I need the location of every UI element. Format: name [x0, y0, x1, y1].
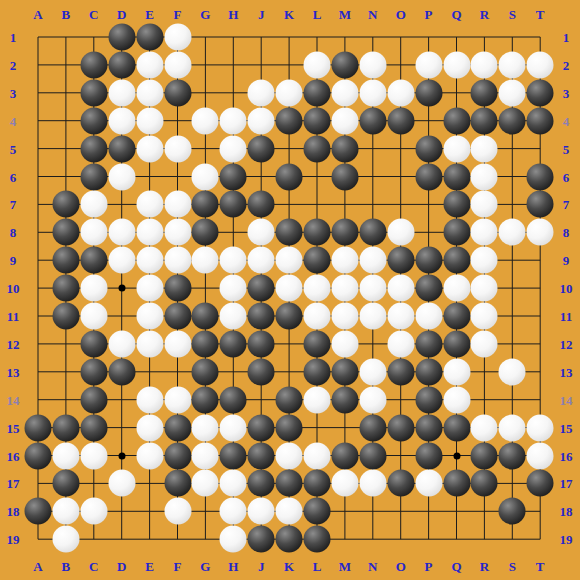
- col-label-top-S: S: [509, 8, 516, 21]
- black-stone-L9[interactable]: [304, 247, 331, 274]
- col-label-bottom-D: D: [117, 560, 126, 573]
- white-stone-L14[interactable]: [304, 386, 331, 413]
- white-stone-Q13[interactable]: [443, 358, 470, 385]
- black-stone-C6[interactable]: [80, 163, 107, 190]
- black-stone-C15[interactable]: [80, 414, 107, 441]
- black-stone-R16[interactable]: [471, 442, 498, 469]
- black-stone-F11[interactable]: [164, 303, 191, 330]
- white-stone-B18[interactable]: [52, 498, 79, 525]
- black-stone-B15[interactable]: [52, 414, 79, 441]
- black-stone-O17[interactable]: [387, 470, 414, 497]
- white-stone-P2[interactable]: [415, 51, 442, 78]
- white-stone-L2[interactable]: [304, 51, 331, 78]
- black-stone-F16[interactable]: [164, 442, 191, 469]
- white-stone-M17[interactable]: [331, 470, 358, 497]
- black-stone-Q11[interactable]: [443, 303, 470, 330]
- black-stone-T4[interactable]: [527, 107, 554, 134]
- white-stone-R15[interactable]: [471, 414, 498, 441]
- white-stone-R6[interactable]: [471, 163, 498, 190]
- black-stone-L4[interactable]: [304, 107, 331, 134]
- col-label-bottom-H: H: [228, 560, 238, 573]
- row-label-right-17: 17: [560, 477, 573, 490]
- white-stone-J18[interactable]: [248, 498, 275, 525]
- black-stone-M2[interactable]: [331, 51, 358, 78]
- col-label-top-L: L: [313, 8, 322, 21]
- row-label-right-5: 5: [563, 142, 570, 155]
- row-label-left-5: 5: [10, 142, 17, 155]
- black-stone-G13[interactable]: [192, 358, 219, 385]
- white-stone-C18[interactable]: [80, 498, 107, 525]
- white-stone-E12[interactable]: [136, 330, 163, 357]
- black-stone-G14[interactable]: [192, 386, 219, 413]
- white-stone-E11[interactable]: [136, 303, 163, 330]
- white-stone-P17[interactable]: [415, 470, 442, 497]
- white-stone-M10[interactable]: [331, 275, 358, 302]
- col-label-bottom-T: T: [536, 560, 545, 573]
- white-stone-C7[interactable]: [80, 191, 107, 218]
- col-label-bottom-P: P: [425, 560, 433, 573]
- black-stone-K17[interactable]: [276, 470, 303, 497]
- white-stone-O3[interactable]: [387, 79, 414, 106]
- white-stone-C10[interactable]: [80, 275, 107, 302]
- black-stone-M16[interactable]: [331, 442, 358, 469]
- black-stone-L12[interactable]: [304, 330, 331, 357]
- white-stone-M4[interactable]: [331, 107, 358, 134]
- black-stone-J5[interactable]: [248, 135, 275, 162]
- black-stone-J7[interactable]: [248, 191, 275, 218]
- black-stone-M14[interactable]: [331, 386, 358, 413]
- white-stone-N3[interactable]: [359, 79, 386, 106]
- black-stone-R4[interactable]: [471, 107, 498, 134]
- row-label-right-1: 1: [563, 31, 570, 44]
- black-stone-A18[interactable]: [25, 498, 52, 525]
- white-stone-J8[interactable]: [248, 219, 275, 246]
- white-stone-Q14[interactable]: [443, 386, 470, 413]
- black-stone-D1[interactable]: [108, 24, 135, 51]
- black-stone-P16[interactable]: [415, 442, 442, 469]
- black-stone-K6[interactable]: [276, 163, 303, 190]
- white-stone-R5[interactable]: [471, 135, 498, 162]
- col-label-bottom-O: O: [396, 560, 406, 573]
- row-label-left-9: 9: [10, 254, 17, 267]
- white-stone-F8[interactable]: [164, 219, 191, 246]
- white-stone-G15[interactable]: [192, 414, 219, 441]
- black-stone-O15[interactable]: [387, 414, 414, 441]
- black-stone-G11[interactable]: [192, 303, 219, 330]
- white-stone-N10[interactable]: [359, 275, 386, 302]
- white-stone-K18[interactable]: [276, 498, 303, 525]
- white-stone-N9[interactable]: [359, 247, 386, 274]
- col-label-top-F: F: [174, 8, 182, 21]
- col-label-bottom-E: E: [145, 560, 154, 573]
- black-stone-D5[interactable]: [108, 135, 135, 162]
- white-stone-F14[interactable]: [164, 386, 191, 413]
- white-stone-S3[interactable]: [499, 79, 526, 106]
- black-stone-A16[interactable]: [25, 442, 52, 469]
- go-board[interactable]: AABBCCDDEEFFGGHHJJKKLLMMNNOOPPQQRRSSTT11…: [0, 0, 580, 580]
- row-label-right-7: 7: [563, 198, 570, 211]
- black-stone-F3[interactable]: [164, 79, 191, 106]
- col-label-bottom-M: M: [339, 560, 351, 573]
- black-stone-L19[interactable]: [304, 526, 331, 553]
- white-stone-N2[interactable]: [359, 51, 386, 78]
- black-stone-H14[interactable]: [220, 386, 247, 413]
- white-stone-B16[interactable]: [52, 442, 79, 469]
- white-stone-F7[interactable]: [164, 191, 191, 218]
- white-stone-F1[interactable]: [164, 24, 191, 51]
- white-stone-R12[interactable]: [471, 330, 498, 357]
- row-label-right-12: 12: [560, 337, 573, 350]
- white-stone-D9[interactable]: [108, 247, 135, 274]
- black-stone-Q8[interactable]: [443, 219, 470, 246]
- white-stone-J9[interactable]: [248, 247, 275, 274]
- black-stone-P12[interactable]: [415, 330, 442, 357]
- white-stone-R11[interactable]: [471, 303, 498, 330]
- row-label-right-18: 18: [560, 505, 573, 518]
- black-stone-L8[interactable]: [304, 219, 331, 246]
- white-stone-O10[interactable]: [387, 275, 414, 302]
- white-stone-R7[interactable]: [471, 191, 498, 218]
- white-stone-T15[interactable]: [527, 414, 554, 441]
- white-stone-E9[interactable]: [136, 247, 163, 274]
- black-stone-B7[interactable]: [52, 191, 79, 218]
- black-stone-C4[interactable]: [80, 107, 107, 134]
- black-stone-C13[interactable]: [80, 358, 107, 385]
- white-stone-N14[interactable]: [359, 386, 386, 413]
- col-label-bottom-A: A: [33, 560, 42, 573]
- row-label-left-7: 7: [10, 198, 17, 211]
- col-label-top-P: P: [425, 8, 433, 21]
- row-label-right-14: 14: [560, 393, 573, 406]
- white-stone-S2[interactable]: [499, 51, 526, 78]
- col-label-bottom-C: C: [89, 560, 98, 573]
- black-stone-J13[interactable]: [248, 358, 275, 385]
- white-stone-C11[interactable]: [80, 303, 107, 330]
- black-stone-R17[interactable]: [471, 470, 498, 497]
- black-stone-P5[interactable]: [415, 135, 442, 162]
- black-stone-C9[interactable]: [80, 247, 107, 274]
- col-label-top-R: R: [480, 8, 489, 21]
- black-stone-H7[interactable]: [220, 191, 247, 218]
- black-stone-L17[interactable]: [304, 470, 331, 497]
- black-stone-C2[interactable]: [80, 51, 107, 78]
- white-stone-L10[interactable]: [304, 275, 331, 302]
- white-stone-R2[interactable]: [471, 51, 498, 78]
- black-stone-G7[interactable]: [192, 191, 219, 218]
- col-label-top-E: E: [145, 8, 154, 21]
- col-label-bottom-N: N: [368, 560, 377, 573]
- row-label-left-12: 12: [7, 337, 20, 350]
- white-stone-D12[interactable]: [108, 330, 135, 357]
- white-stone-S13[interactable]: [499, 358, 526, 385]
- white-stone-G17[interactable]: [192, 470, 219, 497]
- white-stone-T16[interactable]: [527, 442, 554, 469]
- white-stone-C8[interactable]: [80, 219, 107, 246]
- white-stone-N17[interactable]: [359, 470, 386, 497]
- row-label-right-16: 16: [560, 449, 573, 462]
- black-stone-L3[interactable]: [304, 79, 331, 106]
- white-stone-D3[interactable]: [108, 79, 135, 106]
- black-stone-J19[interactable]: [248, 526, 275, 553]
- white-stone-O8[interactable]: [387, 219, 414, 246]
- black-stone-O9[interactable]: [387, 247, 414, 274]
- black-stone-H12[interactable]: [220, 330, 247, 357]
- white-stone-G4[interactable]: [192, 107, 219, 134]
- white-stone-K10[interactable]: [276, 275, 303, 302]
- row-label-right-11: 11: [560, 310, 572, 323]
- white-stone-F5[interactable]: [164, 135, 191, 162]
- white-stone-D6[interactable]: [108, 163, 135, 190]
- white-stone-N13[interactable]: [359, 358, 386, 385]
- white-stone-Q10[interactable]: [443, 275, 470, 302]
- white-stone-E4[interactable]: [136, 107, 163, 134]
- black-stone-N8[interactable]: [359, 219, 386, 246]
- row-label-right-2: 2: [563, 58, 570, 71]
- col-label-bottom-F: F: [174, 560, 182, 573]
- row-label-right-10: 10: [560, 282, 573, 295]
- col-label-top-C: C: [89, 8, 98, 21]
- black-stone-F17[interactable]: [164, 470, 191, 497]
- white-stone-M11[interactable]: [331, 303, 358, 330]
- black-stone-K14[interactable]: [276, 386, 303, 413]
- white-stone-Q5[interactable]: [443, 135, 470, 162]
- row-label-left-11: 11: [7, 310, 19, 323]
- black-stone-B11[interactable]: [52, 303, 79, 330]
- black-stone-K11[interactable]: [276, 303, 303, 330]
- white-stone-S15[interactable]: [499, 414, 526, 441]
- white-stone-M12[interactable]: [331, 330, 358, 357]
- black-stone-Q4[interactable]: [443, 107, 470, 134]
- row-label-left-2: 2: [10, 58, 17, 71]
- black-stone-J17[interactable]: [248, 470, 275, 497]
- white-stone-H4[interactable]: [220, 107, 247, 134]
- black-stone-L18[interactable]: [304, 498, 331, 525]
- black-stone-S18[interactable]: [499, 498, 526, 525]
- col-label-bottom-S: S: [509, 560, 516, 573]
- row-label-right-9: 9: [563, 254, 570, 267]
- black-stone-R3[interactable]: [471, 79, 498, 106]
- black-stone-Q6[interactable]: [443, 163, 470, 190]
- white-stone-F18[interactable]: [164, 498, 191, 525]
- black-stone-O13[interactable]: [387, 358, 414, 385]
- white-stone-R9[interactable]: [471, 247, 498, 274]
- white-stone-N11[interactable]: [359, 303, 386, 330]
- black-stone-C12[interactable]: [80, 330, 107, 357]
- black-stone-F10[interactable]: [164, 275, 191, 302]
- white-stone-H18[interactable]: [220, 498, 247, 525]
- col-label-bottom-G: G: [200, 560, 210, 573]
- col-label-top-G: G: [200, 8, 210, 21]
- black-stone-N16[interactable]: [359, 442, 386, 469]
- black-stone-B9[interactable]: [52, 247, 79, 274]
- black-stone-L13[interactable]: [304, 358, 331, 385]
- black-stone-Q9[interactable]: [443, 247, 470, 274]
- black-stone-P14[interactable]: [415, 386, 442, 413]
- black-stone-M5[interactable]: [331, 135, 358, 162]
- black-stone-B8[interactable]: [52, 219, 79, 246]
- white-stone-G6[interactable]: [192, 163, 219, 190]
- white-stone-K3[interactable]: [276, 79, 303, 106]
- white-stone-K16[interactable]: [276, 442, 303, 469]
- black-stone-J10[interactable]: [248, 275, 275, 302]
- black-stone-J16[interactable]: [248, 442, 275, 469]
- black-stone-J11[interactable]: [248, 303, 275, 330]
- black-stone-Q15[interactable]: [443, 414, 470, 441]
- white-stone-F2[interactable]: [164, 51, 191, 78]
- black-stone-G12[interactable]: [192, 330, 219, 357]
- black-stone-P9[interactable]: [415, 247, 442, 274]
- white-stone-E5[interactable]: [136, 135, 163, 162]
- black-stone-D13[interactable]: [108, 358, 135, 385]
- white-stone-E8[interactable]: [136, 219, 163, 246]
- row-label-left-13: 13: [7, 365, 20, 378]
- black-stone-M13[interactable]: [331, 358, 358, 385]
- black-stone-N4[interactable]: [359, 107, 386, 134]
- white-stone-H17[interactable]: [220, 470, 247, 497]
- black-stone-E1[interactable]: [136, 24, 163, 51]
- black-stone-B17[interactable]: [52, 470, 79, 497]
- black-stone-A15[interactable]: [25, 414, 52, 441]
- row-label-left-6: 6: [10, 170, 17, 183]
- black-stone-J12[interactable]: [248, 330, 275, 357]
- row-label-left-8: 8: [10, 226, 17, 239]
- white-stone-Q2[interactable]: [443, 51, 470, 78]
- white-stone-R10[interactable]: [471, 275, 498, 302]
- black-stone-P15[interactable]: [415, 414, 442, 441]
- black-stone-J15[interactable]: [248, 414, 275, 441]
- white-stone-D8[interactable]: [108, 219, 135, 246]
- white-stone-P11[interactable]: [415, 303, 442, 330]
- white-stone-E14[interactable]: [136, 386, 163, 413]
- col-label-top-K: K: [284, 8, 294, 21]
- white-stone-G16[interactable]: [192, 442, 219, 469]
- star-point-D16: [118, 452, 125, 459]
- black-stone-H6[interactable]: [220, 163, 247, 190]
- white-stone-E2[interactable]: [136, 51, 163, 78]
- white-stone-L16[interactable]: [304, 442, 331, 469]
- white-stone-E3[interactable]: [136, 79, 163, 106]
- black-stone-Q17[interactable]: [443, 470, 470, 497]
- black-stone-C14[interactable]: [80, 386, 107, 413]
- black-stone-B10[interactable]: [52, 275, 79, 302]
- white-stone-F12[interactable]: [164, 330, 191, 357]
- white-stone-O11[interactable]: [387, 303, 414, 330]
- row-label-left-4: 4: [10, 114, 17, 127]
- row-label-left-16: 16: [7, 449, 20, 462]
- black-stone-M6[interactable]: [331, 163, 358, 190]
- black-stone-P3[interactable]: [415, 79, 442, 106]
- white-stone-T8[interactable]: [527, 219, 554, 246]
- white-stone-E16[interactable]: [136, 442, 163, 469]
- row-label-left-14: 14: [7, 393, 20, 406]
- white-stone-T2[interactable]: [527, 51, 554, 78]
- white-stone-O12[interactable]: [387, 330, 414, 357]
- black-stone-T17[interactable]: [527, 470, 554, 497]
- row-label-right-4: 4: [563, 114, 570, 127]
- star-point-Q16: [453, 452, 460, 459]
- col-label-bottom-K: K: [284, 560, 294, 573]
- white-stone-H9[interactable]: [220, 247, 247, 274]
- white-stone-H5[interactable]: [220, 135, 247, 162]
- row-label-right-13: 13: [560, 365, 573, 378]
- black-stone-L5[interactable]: [304, 135, 331, 162]
- white-stone-H19[interactable]: [220, 526, 247, 553]
- white-stone-K9[interactable]: [276, 247, 303, 274]
- col-label-top-N: N: [368, 8, 377, 21]
- white-stone-G9[interactable]: [192, 247, 219, 274]
- white-stone-M9[interactable]: [331, 247, 358, 274]
- black-stone-K4[interactable]: [276, 107, 303, 134]
- col-label-bottom-J: J: [258, 560, 265, 573]
- white-stone-E10[interactable]: [136, 275, 163, 302]
- white-stone-E7[interactable]: [136, 191, 163, 218]
- white-stone-B19[interactable]: [52, 526, 79, 553]
- white-stone-C16[interactable]: [80, 442, 107, 469]
- black-stone-K19[interactable]: [276, 526, 303, 553]
- col-label-top-A: A: [33, 8, 42, 21]
- black-stone-T7[interactable]: [527, 191, 554, 218]
- row-label-left-10: 10: [7, 282, 20, 295]
- black-stone-T6[interactable]: [527, 163, 554, 190]
- black-stone-P6[interactable]: [415, 163, 442, 190]
- white-stone-J3[interactable]: [248, 79, 275, 106]
- white-stone-D17[interactable]: [108, 470, 135, 497]
- col-label-bottom-L: L: [313, 560, 322, 573]
- black-stone-D2[interactable]: [108, 51, 135, 78]
- white-stone-L11[interactable]: [304, 303, 331, 330]
- col-label-top-T: T: [536, 8, 545, 21]
- white-stone-H15[interactable]: [220, 414, 247, 441]
- white-stone-R8[interactable]: [471, 219, 498, 246]
- black-stone-S16[interactable]: [499, 442, 526, 469]
- white-stone-J4[interactable]: [248, 107, 275, 134]
- black-stone-P13[interactable]: [415, 358, 442, 385]
- white-stone-D4[interactable]: [108, 107, 135, 134]
- row-label-left-15: 15: [7, 421, 20, 434]
- white-stone-H11[interactable]: [220, 303, 247, 330]
- white-stone-H10[interactable]: [220, 275, 247, 302]
- white-stone-M3[interactable]: [331, 79, 358, 106]
- black-stone-Q7[interactable]: [443, 191, 470, 218]
- black-stone-K8[interactable]: [276, 219, 303, 246]
- col-label-bottom-Q: Q: [451, 560, 461, 573]
- row-label-left-18: 18: [7, 505, 20, 518]
- black-stone-N15[interactable]: [359, 414, 386, 441]
- black-stone-O4[interactable]: [387, 107, 414, 134]
- white-stone-E15[interactable]: [136, 414, 163, 441]
- black-stone-M8[interactable]: [331, 219, 358, 246]
- row-label-left-3: 3: [10, 86, 17, 99]
- col-label-top-Q: Q: [451, 8, 461, 21]
- black-stone-H16[interactable]: [220, 442, 247, 469]
- row-label-left-19: 19: [7, 533, 20, 546]
- black-stone-S4[interactable]: [499, 107, 526, 134]
- row-label-left-17: 17: [7, 477, 20, 490]
- col-label-top-O: O: [396, 8, 406, 21]
- black-stone-Q12[interactable]: [443, 330, 470, 357]
- black-stone-G8[interactable]: [192, 219, 219, 246]
- black-stone-C3[interactable]: [80, 79, 107, 106]
- black-stone-T3[interactable]: [527, 79, 554, 106]
- row-label-right-19: 19: [560, 533, 573, 546]
- black-stone-K15[interactable]: [276, 414, 303, 441]
- row-label-right-6: 6: [563, 170, 570, 183]
- white-stone-S8[interactable]: [499, 219, 526, 246]
- black-stone-P10[interactable]: [415, 275, 442, 302]
- white-stone-F9[interactable]: [164, 247, 191, 274]
- black-stone-C5[interactable]: [80, 135, 107, 162]
- black-stone-F15[interactable]: [164, 414, 191, 441]
